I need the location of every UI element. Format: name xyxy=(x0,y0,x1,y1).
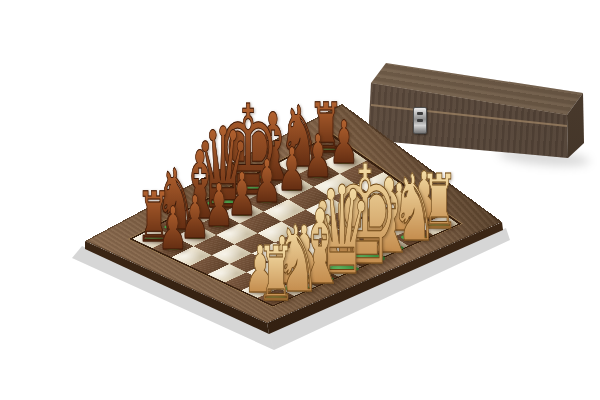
rook-glyph: ♜ xyxy=(257,236,295,312)
pieces-layer: ♜♞♝♛♚♝♞♜♟♟♟♟♟♟♟♟♟♟♟♟♟♟♟♟♜♞♝♛♚♝♞♜ xyxy=(0,0,600,400)
product-photo-scene: ♜♞♝♛♚♝♞♜♟♟♟♟♟♟♟♟♟♟♟♟♟♟♟♟♜♞♝♛♚♝♞♜ xyxy=(0,0,600,400)
piece-white-rook[interactable]: ♜ xyxy=(242,236,310,312)
piece-black-pawn[interactable]: ♟ xyxy=(146,200,199,260)
pawn-glyph: ♟ xyxy=(158,200,188,260)
